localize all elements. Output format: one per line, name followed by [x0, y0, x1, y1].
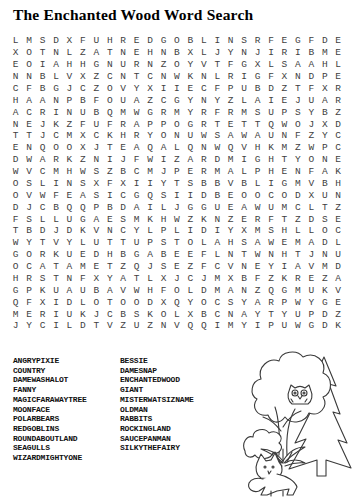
- grid-cell: Z: [332, 308, 345, 320]
- grid-cell: K: [143, 308, 156, 320]
- grid-cell: E: [90, 261, 103, 273]
- grid-cell: M: [291, 237, 304, 249]
- grid-cell: W: [22, 154, 35, 166]
- grid-cell: M: [211, 273, 224, 285]
- grid-cell: Q: [103, 106, 116, 118]
- grid-cell: C: [143, 71, 156, 83]
- grid-cell: N: [49, 94, 62, 106]
- grid-cell: M: [278, 201, 291, 213]
- grid-cell: D: [90, 249, 103, 261]
- grid-cell: A: [63, 261, 76, 273]
- grid-cell: I: [184, 189, 197, 201]
- grid-cell: G: [170, 94, 183, 106]
- grid-cell: D: [117, 201, 130, 213]
- grid-cell: E: [170, 261, 183, 273]
- grid-cell: K: [36, 284, 49, 296]
- grid-cell: C: [211, 261, 224, 273]
- grid-cell: C: [90, 130, 103, 142]
- grid-cell: A: [49, 59, 62, 71]
- grid-cell: Z: [63, 118, 76, 130]
- grid-cell: Q: [63, 201, 76, 213]
- grid-cell: S: [237, 237, 250, 249]
- grid-cell: V: [224, 178, 237, 190]
- grid-cell: Y: [237, 320, 250, 332]
- grid-cell: I: [264, 47, 277, 59]
- grid-cell: R: [117, 35, 130, 47]
- grid-cell: F: [264, 213, 277, 225]
- grid-cell: T: [211, 59, 224, 71]
- grid-cell: P: [143, 118, 156, 130]
- grid-cell: U: [264, 201, 277, 213]
- grid-cell: W: [76, 166, 89, 178]
- grid-cell: T: [36, 47, 49, 59]
- grid-cell: I: [157, 154, 170, 166]
- grid-cell: B: [197, 178, 210, 190]
- grid-cell: D: [264, 83, 277, 95]
- grid-cell: S: [117, 213, 130, 225]
- grid-cell: P: [224, 83, 237, 95]
- grid-cell: R: [197, 154, 210, 166]
- grid-cell: H: [264, 166, 277, 178]
- grid-cell: Y: [184, 296, 197, 308]
- grid-cell: Y: [224, 47, 237, 59]
- grid-cell: I: [264, 94, 277, 106]
- grid-cell: R: [291, 273, 304, 285]
- grid-cell: H: [251, 142, 264, 154]
- grid-cell: U: [90, 35, 103, 47]
- grid-cell: C: [264, 189, 277, 201]
- grid-cell: E: [184, 249, 197, 261]
- grid-cell: Z: [90, 71, 103, 83]
- grid-cell: S: [130, 308, 143, 320]
- grid-cell: T: [36, 237, 49, 249]
- grid-cell: T: [291, 83, 304, 95]
- grid-cell: K: [76, 308, 89, 320]
- grid-cell: Q: [184, 320, 197, 332]
- grid-cell: E: [332, 213, 345, 225]
- grid-cell: I: [103, 189, 116, 201]
- grid-cell: N: [237, 284, 250, 296]
- grid-cell: I: [264, 178, 277, 190]
- grid-cell: E: [332, 154, 345, 166]
- grid-cell: N: [103, 225, 116, 237]
- grid-cell: L: [332, 237, 345, 249]
- grid-cell: D: [63, 225, 76, 237]
- grid-cell: D: [291, 189, 304, 201]
- grid-cell: D: [76, 320, 89, 332]
- grid-cell: R: [130, 59, 143, 71]
- grid-cell: G: [197, 201, 210, 213]
- grid-cell: K: [49, 118, 62, 130]
- grid-cell: A: [224, 130, 237, 142]
- grid-cell: I: [211, 35, 224, 47]
- grid-cell: N: [264, 249, 277, 261]
- grid-cell: G: [305, 320, 318, 332]
- grid-cell: G: [278, 178, 291, 190]
- grid-cell: H: [103, 35, 116, 47]
- grid-cell: W: [130, 106, 143, 118]
- fox-icon: [249, 453, 297, 496]
- letter-grid: LMSDXFUHREDGOBLINSRFEGFDEXOTNLZATNEHNBXL…: [9, 35, 345, 332]
- grid-cell: Y: [184, 94, 197, 106]
- grid-cell: N: [224, 308, 237, 320]
- grid-cell: B: [211, 178, 224, 190]
- grid-cell: J: [49, 225, 62, 237]
- grid-cell: N: [291, 71, 304, 83]
- grid-cell: N: [9, 71, 22, 83]
- grid-cell: G: [184, 118, 197, 130]
- grid-cell: S: [211, 130, 224, 142]
- grid-cell: B: [76, 94, 89, 106]
- grid-cell: L: [143, 225, 156, 237]
- grid-cell: W: [197, 130, 210, 142]
- grid-cell: V: [332, 284, 345, 296]
- grid-cell: P: [157, 225, 170, 237]
- grid-cell: Y: [143, 130, 156, 142]
- grid-cell: C: [157, 94, 170, 106]
- grid-cell: T: [278, 154, 291, 166]
- grid-cell: A: [90, 213, 103, 225]
- grid-cell: N: [157, 47, 170, 59]
- word-list-item: SEAGULLS: [13, 443, 87, 453]
- grid-cell: X: [237, 225, 250, 237]
- word-list-column-1: ANGRYPIXIECOUNTRYDAMEWASHALOTFANNYMAGICF…: [13, 356, 87, 463]
- grid-cell: N: [22, 71, 35, 83]
- grid-cell: W: [170, 71, 183, 83]
- grid-cell: Q: [143, 142, 156, 154]
- grid-cell: M: [143, 166, 156, 178]
- grid-cell: A: [251, 296, 264, 308]
- grid-cell: U: [305, 94, 318, 106]
- grid-cell: L: [264, 59, 277, 71]
- grid-cell: C: [130, 166, 143, 178]
- word-list-item: ROUNDABOUTLAND: [13, 434, 87, 444]
- grid-cell: K: [332, 320, 345, 332]
- grid-cell: U: [63, 308, 76, 320]
- grid-cell: G: [318, 296, 331, 308]
- grid-cell: F: [9, 213, 22, 225]
- grid-cell: M: [211, 166, 224, 178]
- grid-cell: M: [278, 142, 291, 154]
- grid-cell: P: [318, 71, 331, 83]
- grid-cell: X: [36, 296, 49, 308]
- grid-cell: A: [157, 142, 170, 154]
- grid-cell: E: [251, 261, 264, 273]
- grid-cell: X: [117, 178, 130, 190]
- grid-cell: P: [278, 296, 291, 308]
- grid-cell: D: [305, 213, 318, 225]
- grid-cell: O: [184, 237, 197, 249]
- grid-cell: L: [49, 213, 62, 225]
- grid-cell: D: [9, 154, 22, 166]
- grid-cell: E: [332, 296, 345, 308]
- grid-cell: M: [291, 284, 304, 296]
- grid-cell: M: [318, 261, 331, 273]
- grid-cell: T: [9, 130, 22, 142]
- grid-cell: O: [157, 308, 170, 320]
- grid-cell: O: [103, 94, 116, 106]
- grid-cell: M: [224, 154, 237, 166]
- grid-cell: T: [130, 71, 143, 83]
- grid-cell: A: [291, 59, 304, 71]
- grid-cell: L: [332, 59, 345, 71]
- grid-cell: U: [305, 284, 318, 296]
- grid-cell: F: [76, 118, 89, 130]
- grid-cell: R: [197, 118, 210, 130]
- grid-cell: Q: [76, 201, 89, 213]
- grid-cell: R: [197, 106, 210, 118]
- grid-cell: I: [157, 83, 170, 95]
- grid-cell: W: [291, 296, 304, 308]
- grid-cell: Z: [318, 273, 331, 285]
- word-list-item: MISTERWATSIZNAME: [120, 395, 194, 405]
- grid-cell: K: [278, 273, 291, 285]
- grid-cell: M: [49, 166, 62, 178]
- grid-cell: A: [130, 118, 143, 130]
- grid-cell: G: [291, 35, 304, 47]
- grid-cell: F: [90, 94, 103, 106]
- grid-cell: M: [22, 35, 35, 47]
- grid-cell: X: [9, 47, 22, 59]
- grid-cell: R: [251, 213, 264, 225]
- grid-cell: X: [76, 142, 89, 154]
- grid-cell: W: [237, 130, 250, 142]
- grid-cell: M: [9, 308, 22, 320]
- grid-cell: E: [305, 273, 318, 285]
- grid-cell: K: [318, 284, 331, 296]
- grid-cell: P: [63, 94, 76, 106]
- grid-cell: O: [170, 35, 183, 47]
- page-title: The Enchanted Wood Word Search: [13, 6, 253, 24]
- grid-cell: E: [224, 201, 237, 213]
- grid-cell: O: [318, 225, 331, 237]
- grid-cell: U: [318, 189, 331, 201]
- grid-cell: M: [76, 261, 89, 273]
- grid-cell: L: [76, 237, 89, 249]
- grid-cell: W: [291, 320, 304, 332]
- grid-cell: L: [305, 201, 318, 213]
- grid-cell: V: [170, 320, 183, 332]
- grid-cell: A: [184, 154, 197, 166]
- grid-cell: A: [22, 94, 35, 106]
- grid-cell: V: [224, 261, 237, 273]
- grid-cell: R: [332, 83, 345, 95]
- grid-cell: C: [117, 189, 130, 201]
- grid-cell: B: [318, 178, 331, 190]
- grid-cell: Q: [197, 320, 210, 332]
- grid-cell: O: [22, 249, 35, 261]
- grid-cell: B: [117, 308, 130, 320]
- grid-cell: O: [130, 296, 143, 308]
- grid-cell: A: [224, 166, 237, 178]
- grid-cell: Y: [224, 225, 237, 237]
- grid-cell: H: [76, 59, 89, 71]
- grid-cell: V: [22, 189, 35, 201]
- grid-cell: Q: [224, 142, 237, 154]
- grid-cell: Z: [184, 261, 197, 273]
- grid-cell: D: [332, 118, 345, 130]
- grid-cell: O: [197, 296, 210, 308]
- word-list-item: BESSIE: [120, 356, 194, 366]
- grid-cell: C: [22, 106, 35, 118]
- grid-cell: Z: [251, 284, 264, 296]
- grid-cell: N: [211, 213, 224, 225]
- grid-cell: D: [318, 320, 331, 332]
- grid-cell: G: [9, 249, 22, 261]
- grid-cell: H: [103, 249, 116, 261]
- grid-cell: I: [49, 106, 62, 118]
- word-list-item: POLARBEARS: [13, 414, 87, 424]
- grid-cell: D: [9, 201, 22, 213]
- grid-cell: N: [9, 118, 22, 130]
- grid-cell: A: [103, 284, 116, 296]
- grid-cell: I: [237, 71, 250, 83]
- grid-cell: V: [197, 59, 210, 71]
- grid-cell: E: [332, 71, 345, 83]
- grid-cell: U: [291, 308, 304, 320]
- grid-cell: L: [184, 284, 197, 296]
- grid-cell: E: [63, 189, 76, 201]
- grid-cell: M: [117, 106, 130, 118]
- grid-cell: O: [237, 189, 250, 201]
- grid-cell: Z: [103, 166, 116, 178]
- grid-cell: X: [76, 130, 89, 142]
- grid-cell: O: [9, 261, 22, 273]
- grid-cell: V: [22, 166, 35, 178]
- grid-cell: R: [197, 166, 210, 178]
- grid-cell: V: [49, 237, 62, 249]
- grid-cell: I: [49, 178, 62, 190]
- grid-cell: D: [143, 35, 156, 47]
- grid-cell: L: [170, 142, 183, 154]
- grid-cell: Z: [170, 154, 183, 166]
- grid-cell: W: [130, 284, 143, 296]
- grid-cell: M: [211, 284, 224, 296]
- grid-cell: O: [9, 178, 22, 190]
- grid-cell: D: [305, 71, 318, 83]
- grid-cell: X: [318, 83, 331, 95]
- grid-cell: N: [117, 47, 130, 59]
- grid-cell: B: [90, 106, 103, 118]
- grid-cell: I: [143, 178, 156, 190]
- grid-cell: Q: [170, 296, 183, 308]
- grid-cell: P: [143, 237, 156, 249]
- word-list-item: WIZARDMIGHTYONE: [13, 453, 87, 463]
- grid-cell: I: [211, 225, 224, 237]
- grid-cell: B: [305, 47, 318, 59]
- grid-cell: S: [157, 189, 170, 201]
- grid-cell: D: [197, 225, 210, 237]
- grid-cell: I: [170, 83, 183, 95]
- grid-cell: J: [170, 201, 183, 213]
- grid-cell: H: [63, 59, 76, 71]
- grid-cell: N: [49, 47, 62, 59]
- grid-cell: U: [117, 59, 130, 71]
- grid-cell: X: [76, 71, 89, 83]
- grid-cell: U: [117, 94, 130, 106]
- grid-cell: N: [63, 273, 76, 285]
- grid-cell: B: [237, 178, 250, 190]
- grid-cell: E: [237, 213, 250, 225]
- grid-cell: D: [197, 284, 210, 296]
- grid-cell: E: [76, 249, 89, 261]
- grid-cell: P: [278, 106, 291, 118]
- grid-cell: F: [157, 284, 170, 296]
- grid-cell: G: [130, 189, 143, 201]
- grid-cell: A: [36, 94, 49, 106]
- grid-cell: X: [278, 71, 291, 83]
- grid-cell: B: [237, 273, 250, 285]
- grid-cell: F: [224, 59, 237, 71]
- grid-cell: A: [143, 249, 156, 261]
- grid-cell: O: [117, 296, 130, 308]
- grid-cell: J: [291, 94, 304, 106]
- word-list-item: MAGICFARAWAYTREE: [13, 395, 87, 405]
- grid-cell: S: [36, 273, 49, 285]
- grid-cell: F: [76, 273, 89, 285]
- grid-cell: B: [251, 83, 264, 95]
- grid-cell: E: [103, 213, 116, 225]
- grid-cell: R: [264, 296, 277, 308]
- grid-cell: R: [278, 47, 291, 59]
- grid-cell: Y: [318, 130, 331, 142]
- grid-cell: Y: [157, 178, 170, 190]
- grid-cell: Y: [130, 225, 143, 237]
- word-list-item: SAUCEPANMAN: [120, 434, 194, 444]
- grid-cell: A: [291, 261, 304, 273]
- grid-cell: H: [9, 273, 22, 285]
- grid-cell: U: [264, 106, 277, 118]
- grid-cell: T: [170, 237, 183, 249]
- grid-cell: I: [130, 178, 143, 190]
- grid-cell: E: [224, 118, 237, 130]
- grid-cell: F: [305, 35, 318, 47]
- grid-cell: A: [318, 166, 331, 178]
- grid-cell: E: [278, 94, 291, 106]
- grid-cell: N: [278, 130, 291, 142]
- grid-cell: X: [63, 35, 76, 47]
- grid-cell: K: [143, 213, 156, 225]
- grid-cell: P: [90, 201, 103, 213]
- grid-cell: C: [9, 83, 22, 95]
- grid-cell: C: [291, 201, 304, 213]
- grid-cell: M: [318, 47, 331, 59]
- grid-cell: E: [278, 166, 291, 178]
- grid-cell: U: [49, 284, 62, 296]
- grid-cell: X: [90, 273, 103, 285]
- grid-cell: M: [251, 225, 264, 237]
- grid-cell: C: [332, 130, 345, 142]
- word-list-column-2: BESSIEDAMESNAPENCHANTEDWOODGIANTMISTERWA…: [120, 356, 194, 453]
- grid-cell: H: [63, 166, 76, 178]
- grid-cell: W: [170, 213, 183, 225]
- grid-cell: N: [63, 178, 76, 190]
- grid-cell: P: [22, 284, 35, 296]
- grid-cell: L: [197, 47, 210, 59]
- grid-cell: M: [130, 213, 143, 225]
- grid-cell: N: [224, 35, 237, 47]
- grid-cell: U: [90, 237, 103, 249]
- grid-cell: E: [117, 142, 130, 154]
- grid-cell: G: [278, 284, 291, 296]
- grid-cell: V: [117, 284, 130, 296]
- grid-cell: Z: [291, 142, 304, 154]
- grid-cell: Q: [9, 296, 22, 308]
- grid-cell: B: [117, 166, 130, 178]
- grid-cell: H: [143, 284, 156, 296]
- grid-cell: T: [264, 308, 277, 320]
- grid-cell: L: [197, 35, 210, 47]
